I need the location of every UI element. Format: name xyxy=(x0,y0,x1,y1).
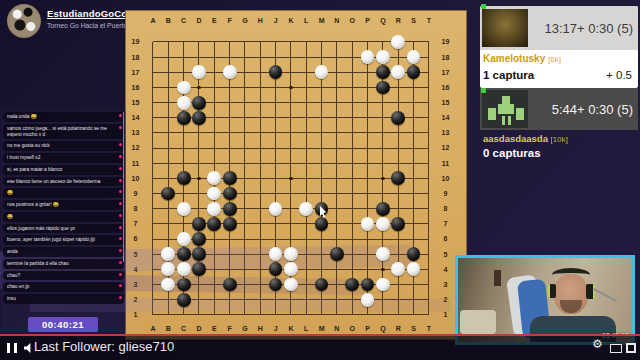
board-cell-R17 xyxy=(391,65,406,80)
coordinate-label: R xyxy=(391,17,406,24)
board-cell-C11 xyxy=(176,156,191,171)
board-cell-M10 xyxy=(314,171,329,186)
board-cell-C5 xyxy=(176,247,191,262)
board-cell-B16 xyxy=(161,80,176,95)
board-cell-M16 xyxy=(314,80,329,95)
board-cell-E1 xyxy=(207,307,222,322)
board-cell-B17 xyxy=(161,65,176,80)
board-cell-L18 xyxy=(299,50,314,65)
star-point xyxy=(289,86,293,90)
board-cell-K2 xyxy=(283,292,298,307)
white-stone-C15 xyxy=(177,96,191,110)
board-cell-Q19 xyxy=(375,34,390,49)
theater-mode-icon[interactable] xyxy=(610,344,622,353)
chat-message: mala onda 😅 xyxy=(3,112,124,122)
black-clock-section: 5:44+ 0:30 (5) xyxy=(480,88,638,130)
coordinate-label: N xyxy=(329,17,344,24)
coordinate-label: T xyxy=(421,17,436,24)
board-coordinates-right: 19181716151413121110987654321 xyxy=(437,34,454,322)
go-board: ABCDEFGHJKLMNOPQRST ABCDEFGHJKLMNOPQRST … xyxy=(125,10,467,340)
board-cell-S7 xyxy=(406,216,421,231)
board-cell-T16 xyxy=(421,80,436,95)
board-cell-L19 xyxy=(299,34,314,49)
heart-badge-icon xyxy=(119,296,122,299)
board-cell-F9 xyxy=(222,186,237,201)
board-cell-A7 xyxy=(145,216,160,231)
chat-message: chau en jp xyxy=(3,282,124,292)
board-cell-A18 xyxy=(145,50,160,65)
coordinate-label: 15 xyxy=(127,95,144,110)
board-cell-R3 xyxy=(391,277,406,292)
board-cell-S17 xyxy=(406,65,421,80)
board-cell-P18 xyxy=(360,50,375,65)
board-cell-J13 xyxy=(268,125,283,140)
coordinate-label: M xyxy=(314,17,329,24)
chat-message: 😅 xyxy=(3,188,124,198)
star-point xyxy=(197,177,201,181)
board-cell-N18 xyxy=(329,50,344,65)
board-cell-T9 xyxy=(421,186,436,201)
black-stone-J17 xyxy=(269,65,283,79)
board-cell-J15 xyxy=(268,95,283,110)
coordinate-label: 19 xyxy=(437,34,454,49)
webcam-feed: 03:45:52 xyxy=(455,255,635,345)
coordinate-label: E xyxy=(207,17,222,24)
board-cell-T8 xyxy=(421,201,436,216)
star-point xyxy=(381,177,385,181)
board-cell-L6 xyxy=(299,231,314,246)
chat-message: chau? xyxy=(3,271,124,281)
board-cell-O10 xyxy=(345,171,360,186)
board-cell-R15 xyxy=(391,95,406,110)
black-rank: [10k] xyxy=(551,135,568,144)
black-stone-J4 xyxy=(269,262,283,276)
board-cell-D7 xyxy=(191,216,206,231)
board-cell-J17 xyxy=(268,65,283,80)
board-cell-A3 xyxy=(145,277,160,292)
coordinate-label: C xyxy=(176,17,191,24)
board-cell-N5 xyxy=(329,247,344,262)
coordinate-label: 8 xyxy=(127,201,144,216)
board-cell-F6 xyxy=(222,231,237,246)
board-cell-O18 xyxy=(345,50,360,65)
board-cell-M15 xyxy=(314,95,329,110)
streamer-avatar[interactable] xyxy=(7,4,41,38)
board-cell-J11 xyxy=(268,156,283,171)
board-cell-H15 xyxy=(253,95,268,110)
heart-badge-icon xyxy=(119,155,122,158)
white-stone-E8 xyxy=(207,202,221,216)
board-cell-F4 xyxy=(222,262,237,277)
board-cell-L11 xyxy=(299,156,314,171)
white-clock-section: 13:17+ 0:30 (5) xyxy=(480,6,638,50)
white-stone-C16 xyxy=(177,81,191,95)
white-stone-L8 xyxy=(299,202,313,216)
board-cell-B14 xyxy=(161,110,176,125)
board-cell-G14 xyxy=(237,110,252,125)
board-cell-S12 xyxy=(406,140,421,155)
board-cell-N8 xyxy=(329,201,344,216)
board-cell-R7 xyxy=(391,216,406,231)
board-cell-H16 xyxy=(253,80,268,95)
board-cell-L7 xyxy=(299,216,314,231)
chat-message-text: terminé la partida d ella chau xyxy=(7,261,69,266)
board-cell-C4 xyxy=(176,262,191,277)
board-cell-P19 xyxy=(360,34,375,49)
star-point xyxy=(197,86,201,90)
board-cell-H14 xyxy=(253,110,268,125)
white-stone-B5 xyxy=(161,247,175,261)
black-stone-F9 xyxy=(223,187,237,201)
board-cell-B18 xyxy=(161,50,176,65)
coordinate-label: 16 xyxy=(437,80,454,95)
board-cell-R6 xyxy=(391,231,406,246)
coordinate-label: J xyxy=(268,17,283,24)
white-stone-E9 xyxy=(207,187,221,201)
board-cell-N2 xyxy=(329,292,344,307)
board-cell-F7 xyxy=(222,216,237,231)
board-cell-L12 xyxy=(299,140,314,155)
chat-scrollbar[interactable] xyxy=(123,112,124,262)
board-cell-L10 xyxy=(299,171,314,186)
white-rank: [6k] xyxy=(548,55,561,64)
coordinate-label: 4 xyxy=(127,262,144,277)
board-cell-C9 xyxy=(176,186,191,201)
heart-badge-icon xyxy=(119,114,122,117)
board-cell-G10 xyxy=(237,171,252,186)
black-player-avatar[interactable] xyxy=(482,90,528,128)
black-stone-C5 xyxy=(177,247,191,261)
board-cell-M3 xyxy=(314,277,329,292)
coordinate-label: F xyxy=(222,17,237,24)
board-cell-R5 xyxy=(391,247,406,262)
board-cell-F11 xyxy=(222,156,237,171)
board-cell-S8 xyxy=(406,201,421,216)
board-cell-H17 xyxy=(253,65,268,80)
board-cell-H11 xyxy=(253,156,268,171)
white-stone-S18 xyxy=(407,50,421,64)
board-cell-F2 xyxy=(222,292,237,307)
board-cell-D12 xyxy=(191,140,206,155)
board-cell-T17 xyxy=(421,65,436,80)
board-cell-A1 xyxy=(145,307,160,322)
board-cell-A10 xyxy=(145,171,160,186)
board-cell-K12 xyxy=(283,140,298,155)
white-stone-R19 xyxy=(391,35,405,49)
black-stone-F3 xyxy=(223,278,237,292)
board-cell-K3 xyxy=(283,277,298,292)
board-cell-L15 xyxy=(299,95,314,110)
black-player-name[interactable]: aasdasdaasda [10k] xyxy=(483,133,568,144)
board-cell-R11 xyxy=(391,156,406,171)
board-cell-D10 xyxy=(191,171,206,186)
coordinate-label: 12 xyxy=(437,140,454,155)
coordinate-label: D xyxy=(191,325,206,332)
board-cell-M2 xyxy=(314,292,329,307)
coordinate-label: 6 xyxy=(437,231,454,246)
black-stone-F8 xyxy=(223,202,237,216)
star-point xyxy=(381,268,385,272)
coordinate-label: 17 xyxy=(127,65,144,80)
board-cell-C14 xyxy=(176,110,191,125)
coordinate-label: L xyxy=(299,325,314,332)
coordinate-label: 2 xyxy=(437,292,454,307)
board-cell-H5 xyxy=(253,247,268,262)
board-cell-B2 xyxy=(161,292,176,307)
chat-message-text: 😅 xyxy=(7,190,13,195)
board-cell-P12 xyxy=(360,140,375,155)
board-cell-L1 xyxy=(299,307,314,322)
white-stone-B4 xyxy=(161,262,175,276)
board-cell-Q1 xyxy=(375,307,390,322)
coordinate-label: 15 xyxy=(437,95,454,110)
board-cell-D1 xyxy=(191,307,206,322)
black-stone-R7 xyxy=(391,217,405,231)
board-cell-G12 xyxy=(237,140,252,155)
heart-badge-icon xyxy=(119,249,122,252)
board-cell-M18 xyxy=(314,50,329,65)
coordinate-label: L xyxy=(299,17,314,24)
board-cell-G2 xyxy=(237,292,252,307)
coordinate-label: K xyxy=(283,325,298,332)
coordinate-label: R xyxy=(391,325,406,332)
board-cell-H9 xyxy=(253,186,268,201)
black-stone-Q17 xyxy=(376,65,390,79)
chat-message: terminé la partida d ella chau xyxy=(3,259,124,269)
board-cell-P7 xyxy=(360,216,375,231)
white-player-clock: 13:17+ 0:30 (5) xyxy=(544,21,633,36)
coordinate-label: 6 xyxy=(127,231,144,246)
board-cell-T14 xyxy=(421,110,436,125)
white-player-avatar[interactable] xyxy=(482,9,528,47)
board-cell-S2 xyxy=(406,292,421,307)
heart-badge-icon xyxy=(119,237,122,240)
board-cell-S15 xyxy=(406,95,421,110)
board-cell-G18 xyxy=(237,50,252,65)
board-cell-J6 xyxy=(268,231,283,246)
board-cell-R2 xyxy=(391,292,406,307)
board-cell-E3 xyxy=(207,277,222,292)
board-cell-C17 xyxy=(176,65,191,80)
heart-badge-icon xyxy=(119,214,122,217)
board-cell-O9 xyxy=(345,186,360,201)
coordinate-label: 9 xyxy=(127,186,144,201)
coordinate-label: 5 xyxy=(127,247,144,262)
board-cell-M7 xyxy=(314,216,329,231)
board-cell-R14 xyxy=(391,110,406,125)
board-cell-T7 xyxy=(421,216,436,231)
board-cell-F10 xyxy=(222,171,237,186)
board-cell-C15 xyxy=(176,95,191,110)
board-cell-M4 xyxy=(314,262,329,277)
board-cell-E18 xyxy=(207,50,222,65)
black-stone-F7 xyxy=(223,217,237,231)
board-cell-J12 xyxy=(268,140,283,155)
heart-badge-icon xyxy=(119,226,122,229)
board-cell-F14 xyxy=(222,110,237,125)
board-cell-J14 xyxy=(268,110,283,125)
board-cell-K10 xyxy=(283,171,298,186)
board-cell-E9 xyxy=(207,186,222,201)
pause-button[interactable] xyxy=(7,343,17,353)
board-cell-L8 xyxy=(299,201,314,216)
board-cell-C19 xyxy=(176,34,191,49)
board-cell-T2 xyxy=(421,292,436,307)
board-cell-O19 xyxy=(345,34,360,49)
board-cell-Q13 xyxy=(375,125,390,140)
coordinate-label: B xyxy=(161,325,176,332)
chat-message: vamos cómo juega... si está polarizando … xyxy=(3,124,124,140)
board-cell-D9 xyxy=(191,186,206,201)
settings-gear-icon[interactable]: ⚙ xyxy=(592,337,603,351)
board-cell-Q16 xyxy=(375,80,390,95)
white-player-name[interactable]: Kamelotusky [6k] xyxy=(483,53,561,64)
board-cell-O5 xyxy=(345,247,360,262)
board-cell-O3 xyxy=(345,277,360,292)
board-cell-B7 xyxy=(161,216,176,231)
black-stone-C14 xyxy=(177,111,191,125)
board-cell-G11 xyxy=(237,156,252,171)
white-stone-C4 xyxy=(177,262,191,276)
chat-message: i trust myself x2 xyxy=(3,153,124,163)
board-cell-A15 xyxy=(145,95,160,110)
white-stone-R4 xyxy=(391,262,405,276)
board-cell-P2 xyxy=(360,292,375,307)
board-cell-M19 xyxy=(314,34,329,49)
board-cell-C16 xyxy=(176,80,191,95)
white-stone-P7 xyxy=(361,217,375,231)
board-cell-E15 xyxy=(207,95,222,110)
board-cell-N13 xyxy=(329,125,344,140)
black-stone-R10 xyxy=(391,171,405,185)
board-cell-O15 xyxy=(345,95,360,110)
coordinate-label: H xyxy=(253,325,268,332)
board-cell-M17 xyxy=(314,65,329,80)
board-cell-F5 xyxy=(222,247,237,262)
coordinate-label: G xyxy=(237,325,252,332)
coordinate-label: 18 xyxy=(127,50,144,65)
coordinate-label: 7 xyxy=(127,216,144,231)
board-cell-S3 xyxy=(406,277,421,292)
chat-message-text: anda xyxy=(7,249,18,254)
board-cell-G4 xyxy=(237,262,252,277)
board-cell-P1 xyxy=(360,307,375,322)
board-cell-T3 xyxy=(421,277,436,292)
board-cell-C12 xyxy=(176,140,191,155)
board-cell-M5 xyxy=(314,247,329,262)
board-cell-O1 xyxy=(345,307,360,322)
board-cell-D8 xyxy=(191,201,206,216)
board-cell-E8 xyxy=(207,201,222,216)
board-cell-Q8 xyxy=(375,201,390,216)
chat-message-text: vamos cómo juega... si está polarizando … xyxy=(7,126,107,137)
coordinate-label: D xyxy=(191,17,206,24)
stream-timer: 00:40:21 xyxy=(28,317,98,332)
board-cell-J5 xyxy=(268,247,283,262)
board-cell-A8 xyxy=(145,201,160,216)
board-cell-C13 xyxy=(176,125,191,140)
chat-message: insu xyxy=(3,294,124,304)
board-cell-S18 xyxy=(406,50,421,65)
coordinate-label: 12 xyxy=(127,140,144,155)
board-cell-K9 xyxy=(283,186,298,201)
board-cell-P3 xyxy=(360,277,375,292)
board-cell-G1 xyxy=(237,307,252,322)
coordinate-label: 3 xyxy=(127,277,144,292)
coordinate-label: 19 xyxy=(127,34,144,49)
coordinate-label: P xyxy=(360,17,375,24)
board-cell-Q15 xyxy=(375,95,390,110)
white-stone-K4 xyxy=(284,262,298,276)
board-cell-K13 xyxy=(283,125,298,140)
coordinate-label: 14 xyxy=(437,110,454,125)
board-cell-K16 xyxy=(283,80,298,95)
board-cell-C10 xyxy=(176,171,191,186)
board-cell-L14 xyxy=(299,110,314,125)
board-cell-J8 xyxy=(268,201,283,216)
white-stone-J8 xyxy=(269,202,283,216)
board-cell-N4 xyxy=(329,262,344,277)
board-cell-J4 xyxy=(268,262,283,277)
coordinate-label: 11 xyxy=(437,156,454,171)
board-cell-R12 xyxy=(391,140,406,155)
heart-badge-icon xyxy=(119,126,122,129)
board-cell-O6 xyxy=(345,231,360,246)
board-cell-F3 xyxy=(222,277,237,292)
board-cell-P13 xyxy=(360,125,375,140)
webcam-headset xyxy=(552,268,590,282)
black-stone-N5 xyxy=(330,247,344,261)
board-cell-N3 xyxy=(329,277,344,292)
board-cell-T6 xyxy=(421,231,436,246)
board-cell-R9 xyxy=(391,186,406,201)
board-cell-T15 xyxy=(421,95,436,110)
board-cell-R19 xyxy=(391,34,406,49)
coordinate-label: A xyxy=(145,325,160,332)
coordinate-label: O xyxy=(345,17,360,24)
fullscreen-icon[interactable] xyxy=(626,343,636,353)
chat-message-text: ese blanco tiene un asceso de heteroderm… xyxy=(7,179,100,184)
board-cell-P4 xyxy=(360,262,375,277)
coordinate-label: 7 xyxy=(437,216,454,231)
board-cell-E10 xyxy=(207,171,222,186)
board-cell-D16 xyxy=(191,80,206,95)
board-cell-G9 xyxy=(237,186,252,201)
board-cell-T18 xyxy=(421,50,436,65)
coordinate-label: S xyxy=(406,17,421,24)
chat-panel: mala onda 😅vamos cómo juega... si está p… xyxy=(1,111,126,333)
chat-message-text: insu xyxy=(7,296,16,301)
board-cell-E13 xyxy=(207,125,222,140)
white-stone-C8 xyxy=(177,202,191,216)
board-cell-P8 xyxy=(360,201,375,216)
board-cell-E6 xyxy=(207,231,222,246)
coordinate-label: 10 xyxy=(127,171,144,186)
black-captures: 0 capturas xyxy=(483,147,541,159)
board-cell-F16 xyxy=(222,80,237,95)
coordinate-label: S xyxy=(406,325,421,332)
chat-message-text: 😂 xyxy=(7,214,13,219)
board-cell-J1 xyxy=(268,307,283,322)
board-cell-K5 xyxy=(283,247,298,262)
stream-video-area[interactable]: EstudiandoGoConIni Torneo Go Hacia el Pu… xyxy=(0,0,640,360)
board-cell-S11 xyxy=(406,156,421,171)
board-cell-P15 xyxy=(360,95,375,110)
board-cell-M1 xyxy=(314,307,329,322)
heart-badge-icon xyxy=(119,284,122,287)
coordinate-label: 16 xyxy=(127,80,144,95)
board-cell-M12 xyxy=(314,140,329,155)
